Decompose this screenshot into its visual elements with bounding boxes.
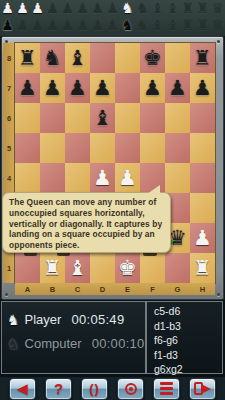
screw-icon <box>5 293 8 296</box>
black-rook: ♜ <box>190 43 215 73</box>
back-button[interactable]: ◀ <box>9 378 36 400</box>
slot-black-pawn-icon: ♟ <box>105 17 120 34</box>
square-e5[interactable] <box>115 133 140 163</box>
computer-clock-row: ♞ Computer 00:00:10 <box>2 336 145 351</box>
clock-box: ♞ Player 00:05:49 ♞ Computer 00:00:10 <box>1 301 146 374</box>
move-entry: c5-d6 <box>154 304 222 319</box>
square-g7[interactable]: ♟ <box>165 73 190 103</box>
file-label-c: C <box>65 283 90 295</box>
status-panel: ♞ Player 00:05:49 ♞ Computer 00:00:10 c5… <box>0 300 225 377</box>
rank-label-8: 8 <box>3 43 15 73</box>
slot-white-pawn-icon: ♟ <box>75 0 90 17</box>
tooltip-text: The Queen can move any number of unoccup… <box>3 193 170 251</box>
square-f7[interactable]: ♟ <box>140 73 165 103</box>
square-c8[interactable]: ♝ <box>65 43 90 73</box>
exit-door-icon <box>194 382 211 396</box>
slot-black-knight-icon: ♞ <box>135 17 150 34</box>
file-label-g: G <box>165 283 190 295</box>
captured-white-knight-icon: ♞ <box>120 0 135 17</box>
eye-spiral-icon <box>125 383 137 395</box>
tutorial-tooltip[interactable]: The Queen can move any number of unoccup… <box>2 192 171 253</box>
captured-white-pawn-icon: ♟ <box>15 0 30 17</box>
slot-white-pawn-icon: ♟ <box>45 0 60 17</box>
replay-button[interactable]: () <box>81 378 108 400</box>
parentheses-icon: () <box>89 382 100 395</box>
move-list: c5-d6d1-b3f6-g6f1-d3g6xg2 <box>147 302 222 377</box>
slot-white-knight-icon: ♞ <box>135 0 150 17</box>
square-a5[interactable] <box>15 133 40 163</box>
square-h3[interactable] <box>190 193 215 223</box>
move-entry: g6xg2 <box>154 362 222 377</box>
square-d8[interactable] <box>90 43 115 73</box>
square-f5[interactable] <box>140 133 165 163</box>
square-g8[interactable] <box>165 43 190 73</box>
white-pawn: ♟ <box>115 163 140 193</box>
slot-white-pawn-icon: ♟ <box>90 0 105 17</box>
screw-icon <box>217 40 220 43</box>
file-label-e: E <box>115 283 140 295</box>
exit-button[interactable] <box>189 378 216 400</box>
player-label: Player <box>25 312 62 327</box>
file-label-b: B <box>40 283 65 295</box>
square-h4[interactable] <box>190 163 215 193</box>
square-c5[interactable] <box>65 133 90 163</box>
square-h7[interactable]: ♟ <box>190 73 215 103</box>
black-pawn: ♟ <box>65 73 90 103</box>
square-f8[interactable]: ♚ <box>140 43 165 73</box>
computer-label: Computer <box>25 336 82 351</box>
move-entry: f1-d3 <box>154 348 222 363</box>
slot-black-pawn-icon: ♟ <box>60 17 75 34</box>
black-king: ♚ <box>140 43 165 73</box>
captured-black-pawn-icon: ♟ <box>0 17 15 34</box>
square-b1[interactable]: ♜ <box>40 253 65 283</box>
square-a4[interactable] <box>15 163 40 193</box>
menu-button[interactable] <box>153 378 180 400</box>
square-e1[interactable]: ♚ <box>115 253 140 283</box>
player-clock-row: ♞ Player 00:05:49 <box>2 312 145 327</box>
square-h6[interactable] <box>190 103 215 133</box>
move-entry: f6-g6 <box>154 333 222 348</box>
square-h5[interactable] <box>190 133 215 163</box>
file-label-a: A <box>15 283 40 295</box>
rank-label-5: 5 <box>3 133 15 163</box>
square-f6[interactable] <box>140 103 165 133</box>
computer-time: 00:00:10 <box>92 336 145 351</box>
slot-black-pawn-icon: ♟ <box>90 17 105 34</box>
square-g4[interactable] <box>165 163 190 193</box>
help-button[interactable]: ? <box>45 378 72 400</box>
white-rook: ♜ <box>190 253 215 283</box>
square-c7[interactable]: ♟ <box>65 73 90 103</box>
square-b4[interactable] <box>40 163 65 193</box>
black-pawn: ♟ <box>90 73 115 103</box>
square-e6[interactable] <box>115 103 140 133</box>
question-mark-icon: ? <box>54 381 63 396</box>
square-a6[interactable] <box>15 103 40 133</box>
file-label-f: F <box>140 283 165 295</box>
player-time: 00:05:49 <box>71 312 124 327</box>
move-entry: d1-b3 <box>154 319 222 334</box>
hidden-piece-base <box>57 253 70 256</box>
slot-white-rook-icon: ♜ <box>195 0 210 17</box>
file-label-h: H <box>190 283 215 295</box>
square-b7[interactable]: ♟ <box>40 73 65 103</box>
tooltip-tail <box>147 185 160 194</box>
slot-black-pawn-icon: ♟ <box>30 17 45 34</box>
square-c1[interactable]: ♝ <box>65 253 90 283</box>
hidden-piece-base <box>143 253 157 256</box>
moves-box: c5-d6d1-b3f6-g6f1-d3g6xg2 <box>146 301 223 374</box>
captured-white-pawn-icon: ♟ <box>30 0 45 17</box>
toolbar: ◀?() <box>0 377 225 400</box>
black-bishop: ♝ <box>90 103 115 133</box>
chess-app-screen: ♟♟♟♟♟♟♟♟♞♞♝♝♜♜♛♟♟♟♟♟♟♟♟♞♞♝♝♜♜♛ 87654321 … <box>0 0 225 400</box>
square-d6[interactable]: ♝ <box>90 103 115 133</box>
square-c6[interactable] <box>65 103 90 133</box>
file-label-d: D <box>90 283 115 295</box>
white-pawn: ♟ <box>90 163 115 193</box>
slot-white-bishop-icon: ♝ <box>150 0 165 17</box>
rank-label-4: 4 <box>3 163 15 193</box>
black-knight-icon: ♞ <box>7 337 20 351</box>
square-e4[interactable]: ♟ <box>115 163 140 193</box>
square-a7[interactable]: ♟ <box>15 73 40 103</box>
black-pawn: ♟ <box>165 73 190 103</box>
square-e8[interactable] <box>115 43 140 73</box>
square-h1[interactable]: ♜ <box>190 253 215 283</box>
square-b5[interactable] <box>40 133 65 163</box>
square-c4[interactable] <box>65 163 90 193</box>
square-a8[interactable]: ♜ <box>15 43 40 73</box>
white-bishop: ♝ <box>65 253 90 283</box>
slot-white-queen-icon: ♛ <box>210 0 225 17</box>
square-b8[interactable]: ♞ <box>40 43 65 73</box>
square-g6[interactable] <box>165 103 190 133</box>
square-g5[interactable] <box>165 133 190 163</box>
square-b6[interactable] <box>40 103 65 133</box>
white-knight-icon: ♞ <box>7 313 20 327</box>
square-d5[interactable] <box>90 133 115 163</box>
file-labels: ABCDEFGH <box>15 283 215 295</box>
square-d4[interactable]: ♟ <box>90 163 115 193</box>
square-h2[interactable]: ♟ <box>190 223 215 253</box>
slot-white-pawn-icon: ♟ <box>60 0 75 17</box>
black-pawn: ♟ <box>15 73 40 103</box>
slot-black-rook-icon: ♜ <box>195 17 210 34</box>
captured-white-pawn-icon: ♟ <box>0 0 15 17</box>
hidden-piece-base <box>24 253 37 256</box>
chess-board-frame: 87654321 ♜♞♝♚♜♟♟♟♟♟♟♟♝♟♟♛♟♜♝♚♜ ABCDEFGH <box>1 36 224 300</box>
white-captured-row: ♟♟♟♟♟♟♟♟♞♞♝♝♜♜♛ <box>0 0 225 17</box>
menu-bars-icon <box>160 382 173 395</box>
slot-black-pawn-icon: ♟ <box>15 17 30 34</box>
square-d1[interactable] <box>90 253 115 283</box>
square-d7[interactable]: ♟ <box>90 73 115 103</box>
black-pawn: ♟ <box>190 73 215 103</box>
black-knight: ♞ <box>40 43 65 73</box>
slot-black-bishop-icon: ♝ <box>165 17 180 34</box>
screw-icon <box>217 293 220 296</box>
captured-pieces-tray: ♟♟♟♟♟♟♟♟♞♞♝♝♜♜♛♟♟♟♟♟♟♟♟♞♞♝♝♜♜♛ <box>0 0 225 36</box>
square-h8[interactable]: ♜ <box>190 43 215 73</box>
black-rook: ♜ <box>15 43 40 73</box>
black-pawn: ♟ <box>40 73 65 103</box>
rank-label-1: 1 <box>3 253 15 283</box>
slot-black-pawn-icon: ♟ <box>75 17 90 34</box>
slot-black-queen-icon: ♛ <box>210 17 225 34</box>
captured-black-knight-icon: ♞ <box>120 17 135 34</box>
slot-black-pawn-icon: ♟ <box>45 17 60 34</box>
black-bishop: ♝ <box>65 43 90 73</box>
rank-label-7: 7 <box>3 73 15 103</box>
rank-label-6: 6 <box>3 103 15 133</box>
slot-white-bishop-icon: ♝ <box>165 0 180 17</box>
square-a1[interactable] <box>15 253 40 283</box>
black-pawn: ♟ <box>140 73 165 103</box>
white-pawn: ♟ <box>190 223 215 253</box>
analysis-button[interactable] <box>117 378 144 400</box>
square-f1[interactable] <box>140 253 165 283</box>
white-king: ♚ <box>115 253 140 283</box>
slot-white-rook-icon: ♜ <box>180 0 195 17</box>
black-captured-row: ♟♟♟♟♟♟♟♟♞♞♝♝♜♜♛ <box>0 17 225 34</box>
square-e7[interactable] <box>115 73 140 103</box>
white-rook: ♜ <box>40 253 65 283</box>
square-g1[interactable] <box>165 253 190 283</box>
back-arrow-icon: ◀ <box>18 382 28 395</box>
slot-white-pawn-icon: ♟ <box>105 0 120 17</box>
slot-black-bishop-icon: ♝ <box>150 17 165 34</box>
slot-black-rook-icon: ♜ <box>180 17 195 34</box>
